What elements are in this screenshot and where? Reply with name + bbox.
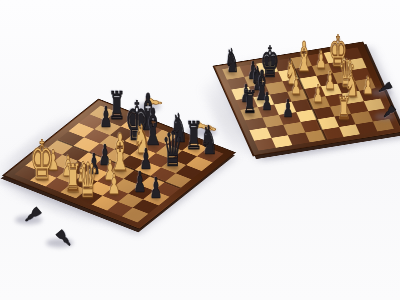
fallen-white-pawn-left-board-far-edge-shadow bbox=[137, 103, 161, 111]
fallen-white-pawn-left-board-far-edge: ♟ bbox=[142, 95, 164, 109]
fallen-black-pawn-bottom-left-1-shadow bbox=[15, 215, 42, 224]
fallen-black-pawn-bottom-left-2-shadow bbox=[46, 238, 73, 247]
fallen-black-pawn-bottom-left-1: ♟ bbox=[20, 203, 46, 227]
right-square-h1 bbox=[372, 119, 393, 132]
fallen-black-pawn-bottom-left-2: ♟ bbox=[52, 225, 76, 251]
right-board bbox=[212, 42, 400, 157]
fallen-white-bishop-left-board-right-edge: ♝ bbox=[192, 117, 221, 137]
chess-product-scene: ♜♝♞♜♞♟♚♝♞♛♟♟♝♟♟♟♟♟♟♟♟♚♜♛♞♟♚♝♟♚♞♞♟♝♟♟♛♜♟♟… bbox=[0, 0, 400, 300]
left-board bbox=[2, 99, 236, 230]
